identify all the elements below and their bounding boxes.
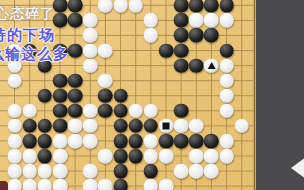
stones-layer — [0, 0, 256, 190]
black-stone — [38, 88, 53, 103]
white-stone — [159, 179, 174, 190]
white-stone — [144, 134, 159, 149]
white-stone — [53, 179, 68, 190]
white-stone — [204, 13, 219, 28]
white-stone — [219, 73, 234, 88]
white-stone — [128, 0, 143, 13]
black-stone — [98, 103, 113, 118]
black-stone — [22, 119, 37, 134]
white-stone — [53, 149, 68, 164]
black-stone — [144, 164, 159, 179]
black-stone — [68, 73, 83, 88]
white-stone — [219, 58, 234, 73]
black-stone — [174, 28, 189, 43]
white-stone — [83, 43, 98, 58]
white-stone — [83, 28, 98, 43]
black-stone — [38, 58, 53, 73]
white-stone — [159, 149, 174, 164]
white-stone — [219, 149, 234, 164]
black-stone — [189, 58, 204, 73]
black-stone — [128, 134, 143, 149]
black-stone — [22, 134, 37, 149]
black-stone — [174, 0, 189, 13]
black-stone — [53, 103, 68, 118]
white-stone — [7, 149, 22, 164]
black-stone — [219, 43, 234, 58]
black-stone — [38, 134, 53, 149]
white-stone — [83, 103, 98, 118]
black-stone — [204, 28, 219, 43]
white-stone — [83, 58, 98, 73]
black-stone — [22, 43, 37, 58]
white-stone — [7, 73, 22, 88]
white-stone — [144, 149, 159, 164]
white-stone — [144, 179, 159, 190]
black-stone — [68, 88, 83, 103]
black-stone — [159, 43, 174, 58]
black-stone — [38, 149, 53, 164]
white-stone — [144, 28, 159, 43]
black-stone — [113, 88, 128, 103]
white-stone — [7, 43, 22, 58]
white-stone — [83, 164, 98, 179]
black-stone — [189, 0, 204, 13]
black-stone — [204, 0, 219, 13]
square-marker-icon — [163, 123, 169, 129]
white-stone — [68, 134, 83, 149]
white-stone — [113, 0, 128, 13]
corner-overlay-fragment — [0, 181, 8, 190]
go-board[interactable] — [0, 0, 256, 190]
white-stone — [219, 134, 234, 149]
white-stone — [189, 119, 204, 134]
white-stone — [7, 119, 22, 134]
white-stone — [219, 103, 234, 118]
video-frame: 心态碎了 特的下场 么输这么多 — [0, 0, 304, 190]
white-stone — [98, 149, 113, 164]
white-stone — [7, 179, 22, 190]
white-stone — [204, 164, 219, 179]
black-stone — [189, 134, 204, 149]
black-stone — [98, 88, 113, 103]
white-stone — [189, 164, 204, 179]
white-stone — [38, 179, 53, 190]
black-stone — [113, 119, 128, 134]
black-stone — [68, 0, 83, 13]
white-stone — [83, 13, 98, 28]
black-stone — [68, 13, 83, 28]
black-stone — [174, 43, 189, 58]
black-stone — [204, 134, 219, 149]
black-stone — [53, 73, 68, 88]
white-stone — [204, 149, 219, 164]
black-stone — [113, 103, 128, 118]
white-stone — [98, 0, 113, 13]
white-stone — [174, 164, 189, 179]
black-stone — [113, 149, 128, 164]
white-stone — [7, 134, 22, 149]
white-stone — [98, 179, 113, 190]
black-stone — [128, 119, 143, 134]
white-stone — [98, 43, 113, 58]
white-stone — [7, 58, 22, 73]
black-stone — [144, 119, 159, 134]
white-stone — [219, 88, 234, 103]
triangle-marker-icon — [207, 62, 215, 69]
white-stone — [189, 149, 204, 164]
black-stone — [53, 0, 68, 13]
white-stone — [53, 134, 68, 149]
white-stone — [128, 103, 143, 118]
white-stone — [53, 164, 68, 179]
black-stone — [113, 164, 128, 179]
white-stone — [98, 73, 113, 88]
white-stone — [83, 134, 98, 149]
black-stone — [189, 28, 204, 43]
white-stone — [22, 179, 37, 190]
black-stone — [38, 119, 53, 134]
white-stone-marked-triangle — [204, 58, 219, 73]
white-stone-marked-square — [159, 119, 174, 134]
black-stone — [174, 134, 189, 149]
white-stone — [144, 13, 159, 28]
white-stone — [174, 119, 189, 134]
white-stone — [83, 119, 98, 134]
black-stone — [128, 149, 143, 164]
white-stone — [189, 13, 204, 28]
black-stone — [113, 179, 128, 190]
black-stone — [174, 13, 189, 28]
black-stone — [53, 13, 68, 28]
black-stone — [159, 134, 174, 149]
white-stone — [22, 103, 37, 118]
white-stone — [7, 103, 22, 118]
white-stone — [144, 103, 159, 118]
black-stone — [174, 58, 189, 73]
collapse-arrow-icon[interactable] — [291, 157, 304, 179]
black-stone — [53, 119, 68, 134]
black-stone — [174, 103, 189, 118]
white-stone — [68, 119, 83, 134]
black-stone — [68, 103, 83, 118]
black-stone — [53, 43, 68, 58]
white-stone — [234, 119, 249, 134]
white-stone — [83, 179, 98, 190]
black-stone — [53, 88, 68, 103]
white-stone — [7, 164, 22, 179]
white-stone — [22, 164, 37, 179]
black-stone — [113, 134, 128, 149]
black-stone — [68, 43, 83, 58]
white-stone — [219, 13, 234, 28]
white-stone — [22, 149, 37, 164]
white-stone — [38, 164, 53, 179]
black-stone — [219, 0, 234, 13]
